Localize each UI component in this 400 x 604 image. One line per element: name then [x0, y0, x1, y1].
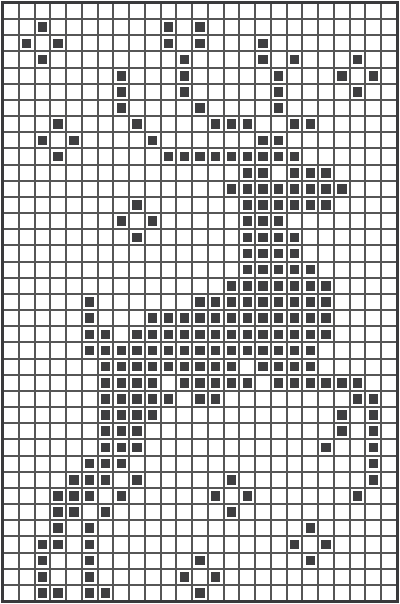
grid-cell — [4, 295, 18, 309]
grid-cell — [209, 133, 223, 147]
grid-cell — [162, 408, 176, 422]
grid-cell — [162, 554, 176, 568]
filled-stitch-square — [369, 459, 378, 469]
grid-cell — [303, 376, 317, 390]
grid-cell — [146, 424, 160, 438]
grid-cell — [83, 133, 97, 147]
grid-cell — [4, 4, 18, 18]
grid-cell — [114, 343, 128, 357]
grid-cell — [36, 408, 50, 422]
grid-cell — [209, 586, 223, 600]
grid-cell — [114, 505, 128, 519]
grid-cell — [36, 537, 50, 551]
grid-cell — [240, 149, 254, 163]
grid-cell — [225, 230, 239, 244]
grid-cell — [67, 440, 81, 454]
grid-cell — [351, 117, 365, 131]
grid-cell — [146, 133, 160, 147]
grid-cell — [351, 20, 365, 34]
filled-stitch-square — [321, 330, 330, 340]
grid-cell — [272, 570, 286, 584]
grid-cell — [130, 295, 144, 309]
grid-cell — [225, 408, 239, 422]
grid-cell — [20, 457, 34, 471]
filled-stitch-square — [164, 22, 173, 32]
grid-cell — [225, 20, 239, 34]
filled-stitch-square — [337, 184, 346, 194]
grid-cell — [99, 101, 113, 115]
grid-cell — [256, 376, 270, 390]
filled-stitch-square — [306, 297, 315, 307]
grid-cell — [193, 376, 207, 390]
filled-stitch-square — [243, 168, 252, 178]
grid-cell — [99, 570, 113, 584]
grid-cell — [351, 69, 365, 83]
filled-stitch-square — [274, 136, 283, 146]
filled-stitch-square — [243, 265, 252, 275]
grid-cell — [114, 198, 128, 212]
grid-cell — [288, 376, 302, 390]
grid-cell — [130, 279, 144, 293]
grid-cell — [4, 376, 18, 390]
grid-cell — [162, 246, 176, 260]
grid-cell — [193, 133, 207, 147]
grid-cell — [288, 166, 302, 180]
grid-cell — [83, 279, 97, 293]
grid-cell — [177, 424, 191, 438]
grid-cell — [225, 327, 239, 341]
grid-cell — [240, 198, 254, 212]
filled-stitch-square — [180, 346, 189, 356]
grid-cell — [130, 214, 144, 228]
grid-cell — [114, 85, 128, 99]
grid-cell — [146, 214, 160, 228]
grid-cell — [303, 489, 317, 503]
grid-cell — [177, 230, 191, 244]
grid-cell — [209, 521, 223, 535]
grid-cell — [366, 166, 380, 180]
grid-cell — [83, 473, 97, 487]
grid-cell — [303, 554, 317, 568]
filled-stitch-square — [243, 281, 252, 291]
grid-cell — [366, 182, 380, 196]
grid-cell — [36, 263, 50, 277]
filled-stitch-square — [53, 491, 62, 501]
grid-cell — [319, 376, 333, 390]
grid-cell — [335, 295, 349, 309]
filled-stitch-square — [306, 281, 315, 291]
filled-stitch-square — [227, 119, 236, 129]
filled-stitch-square — [101, 507, 110, 517]
grid-cell — [51, 133, 65, 147]
grid-cell — [114, 166, 128, 180]
grid-cell — [146, 311, 160, 325]
grid-cell — [366, 133, 380, 147]
grid-cell — [335, 166, 349, 180]
grid-cell — [225, 198, 239, 212]
grid-cell — [99, 214, 113, 228]
grid-cell — [162, 586, 176, 600]
filled-stitch-square — [258, 184, 267, 194]
filled-stitch-square — [101, 378, 110, 388]
grid-cell — [288, 69, 302, 83]
grid-cell — [36, 52, 50, 66]
grid-cell — [351, 85, 365, 99]
grid-cell — [146, 166, 160, 180]
grid-cell — [209, 246, 223, 260]
filled-stitch-square — [180, 378, 189, 388]
grid-cell — [256, 473, 270, 487]
grid-cell — [366, 214, 380, 228]
grid-cell — [366, 69, 380, 83]
filled-stitch-square — [321, 297, 330, 307]
grid-cell — [4, 521, 18, 535]
grid-cell — [51, 360, 65, 374]
grid-cell — [366, 376, 380, 390]
grid-cell — [177, 505, 191, 519]
grid-cell — [114, 263, 128, 277]
grid-cell — [130, 473, 144, 487]
grid-cell — [240, 392, 254, 406]
grid-cell — [272, 376, 286, 390]
grid-cell — [209, 311, 223, 325]
grid-cell — [146, 85, 160, 99]
grid-cell — [225, 166, 239, 180]
grid-cell — [256, 279, 270, 293]
grid-cell — [272, 457, 286, 471]
grid-cell — [366, 408, 380, 422]
grid-cell — [240, 489, 254, 503]
grid-cell — [130, 246, 144, 260]
grid-cell — [303, 295, 317, 309]
grid-cell — [4, 166, 18, 180]
grid-cell — [4, 554, 18, 568]
filled-stitch-square — [148, 346, 157, 356]
grid-cell — [225, 586, 239, 600]
grid-cell — [67, 537, 81, 551]
grid-cell — [209, 554, 223, 568]
grid-cell — [83, 101, 97, 115]
grid-cell — [209, 85, 223, 99]
grid-cell — [225, 52, 239, 66]
grid-cell — [272, 117, 286, 131]
grid-cell — [162, 473, 176, 487]
grid-cell — [366, 52, 380, 66]
grid-cell — [83, 36, 97, 50]
grid-cell — [67, 4, 81, 18]
grid-cell — [36, 570, 50, 584]
grid-cell — [177, 295, 191, 309]
grid-cell — [209, 214, 223, 228]
grid-cell — [130, 182, 144, 196]
grid-cell — [193, 20, 207, 34]
grid-cell — [240, 133, 254, 147]
filled-stitch-square — [337, 71, 346, 81]
filled-stitch-square — [306, 184, 315, 194]
grid-cell — [272, 408, 286, 422]
grid-cell — [351, 182, 365, 196]
filled-stitch-square — [85, 556, 94, 566]
grid-cell — [51, 489, 65, 503]
grid-cell — [319, 279, 333, 293]
grid-cell — [162, 376, 176, 390]
grid-cell — [256, 263, 270, 277]
grid-cell — [319, 4, 333, 18]
grid-cell — [4, 570, 18, 584]
filled-stitch-square — [306, 200, 315, 210]
grid-cell — [36, 69, 50, 83]
filled-stitch-square — [306, 168, 315, 178]
grid-cell — [36, 505, 50, 519]
filled-stitch-square — [38, 588, 47, 598]
filled-stitch-square — [117, 394, 126, 404]
grid-cell — [193, 570, 207, 584]
grid-cell — [288, 295, 302, 309]
filled-stitch-square — [211, 330, 220, 340]
grid-cell — [351, 327, 365, 341]
grid-cell — [272, 473, 286, 487]
grid-cell — [177, 36, 191, 50]
grid-cell — [114, 101, 128, 115]
grid-cell — [225, 149, 239, 163]
grid-cell — [351, 440, 365, 454]
grid-cell — [130, 586, 144, 600]
grid-cell — [382, 246, 396, 260]
filled-stitch-square — [274, 103, 283, 113]
filled-stitch-square — [227, 297, 236, 307]
grid-cell — [20, 36, 34, 50]
filled-stitch-square — [117, 87, 126, 97]
grid-cell — [288, 279, 302, 293]
grid-cell — [162, 36, 176, 50]
grid-cell — [67, 246, 81, 260]
grid-cell — [83, 214, 97, 228]
grid-cell — [288, 52, 302, 66]
filled-stitch-square — [195, 330, 204, 340]
grid-cell — [67, 311, 81, 325]
grid-cell — [382, 392, 396, 406]
filled-stitch-square — [306, 362, 315, 372]
filled-stitch-square — [337, 426, 346, 436]
grid-cell — [288, 36, 302, 50]
grid-cell — [335, 505, 349, 519]
grid-cell — [130, 69, 144, 83]
grid-cell — [209, 570, 223, 584]
grid-cell — [67, 263, 81, 277]
filled-stitch-square — [69, 507, 78, 517]
filled-stitch-square — [195, 556, 204, 566]
grid-cell — [99, 424, 113, 438]
grid-cell — [67, 85, 81, 99]
filled-stitch-square — [306, 119, 315, 129]
grid-cell — [36, 327, 50, 341]
filled-stitch-square — [353, 394, 362, 404]
grid-cell — [288, 198, 302, 212]
grid-cell — [114, 20, 128, 34]
grid-cell — [351, 343, 365, 357]
grid-cell — [114, 214, 128, 228]
grid-cell — [130, 117, 144, 131]
grid-cell — [240, 505, 254, 519]
grid-cell — [36, 521, 50, 535]
grid-cell — [256, 20, 270, 34]
grid-cell — [319, 198, 333, 212]
grid-cell — [256, 149, 270, 163]
filled-stitch-square — [321, 313, 330, 323]
grid-cell — [177, 311, 191, 325]
filled-stitch-square — [306, 556, 315, 566]
grid-cell — [303, 117, 317, 131]
grid-cell — [162, 69, 176, 83]
filled-stitch-square — [290, 346, 299, 356]
grid-cell — [303, 85, 317, 99]
grid-cell — [36, 424, 50, 438]
grid-cell — [146, 36, 160, 50]
grid-cell — [83, 295, 97, 309]
filled-stitch-square — [85, 330, 94, 340]
grid-cell — [335, 85, 349, 99]
grid-cell — [225, 392, 239, 406]
grid-cell — [20, 295, 34, 309]
filled-stitch-square — [274, 87, 283, 97]
grid-cell — [335, 4, 349, 18]
filled-stitch-square — [101, 330, 110, 340]
grid-cell — [319, 85, 333, 99]
filled-stitch-square — [353, 55, 362, 65]
grid-cell — [67, 279, 81, 293]
grid-cell — [319, 117, 333, 131]
filled-stitch-square — [195, 313, 204, 323]
grid-cell — [51, 537, 65, 551]
filled-stitch-square — [85, 588, 94, 598]
grid-cell — [193, 554, 207, 568]
grid-cell — [303, 101, 317, 115]
filled-stitch-square — [53, 588, 62, 598]
grid-cell — [146, 586, 160, 600]
grid-cell — [225, 457, 239, 471]
grid-cell — [20, 392, 34, 406]
grid-cell — [351, 537, 365, 551]
grid-cell — [209, 424, 223, 438]
grid-cell — [256, 101, 270, 115]
grid-cell — [114, 311, 128, 325]
filled-stitch-square — [180, 330, 189, 340]
filled-stitch-square — [180, 152, 189, 162]
grid-cell — [20, 246, 34, 260]
grid-cell — [177, 489, 191, 503]
grid-cell — [51, 440, 65, 454]
grid-cell — [99, 311, 113, 325]
grid-cell — [20, 69, 34, 83]
grid-cell — [335, 198, 349, 212]
filled-stitch-square — [101, 475, 110, 485]
grid-cell — [256, 521, 270, 535]
grid-cell — [36, 392, 50, 406]
grid-cell — [272, 295, 286, 309]
grid-cell — [225, 554, 239, 568]
grid-cell — [240, 117, 254, 131]
grid-cell — [20, 20, 34, 34]
grid-cell — [4, 343, 18, 357]
grid-cell — [51, 101, 65, 115]
grid-cell — [335, 149, 349, 163]
grid-cell — [20, 230, 34, 244]
grid-cell — [319, 489, 333, 503]
grid-cell — [288, 392, 302, 406]
filled-stitch-square — [164, 39, 173, 49]
grid-cell — [272, 311, 286, 325]
grid-cell — [51, 166, 65, 180]
filled-stitch-square — [243, 313, 252, 323]
grid-cell — [162, 198, 176, 212]
grid-cell — [351, 424, 365, 438]
grid-cell — [240, 4, 254, 18]
grid-cell — [288, 311, 302, 325]
grid-cell — [272, 586, 286, 600]
grid-cell — [146, 101, 160, 115]
grid-cell — [288, 586, 302, 600]
grid-cell — [193, 537, 207, 551]
grid-cell — [225, 295, 239, 309]
grid-cell — [256, 36, 270, 50]
grid-cell — [162, 166, 176, 180]
grid-cell — [225, 537, 239, 551]
grid-cell — [51, 36, 65, 50]
grid-cell — [146, 20, 160, 34]
grid-cell — [162, 327, 176, 341]
grid-cell — [366, 101, 380, 115]
grid-cell — [4, 52, 18, 66]
grid-cell — [303, 52, 317, 66]
grid-cell — [225, 521, 239, 535]
filled-stitch-square — [53, 507, 62, 517]
grid-cell — [288, 149, 302, 163]
filled-stitch-square — [164, 346, 173, 356]
grid-cell — [288, 570, 302, 584]
grid-cell — [146, 230, 160, 244]
grid-cell — [177, 198, 191, 212]
grid-cell — [193, 101, 207, 115]
grid-cell — [162, 182, 176, 196]
filled-stitch-square — [274, 362, 283, 372]
grid-cell — [36, 586, 50, 600]
grid-cell — [83, 376, 97, 390]
grid-cell — [162, 440, 176, 454]
grid-cell — [351, 505, 365, 519]
grid-cell — [272, 489, 286, 503]
grid-cell — [303, 149, 317, 163]
grid-cell — [99, 230, 113, 244]
filled-stitch-square — [243, 184, 252, 194]
grid-cell — [114, 457, 128, 471]
grid-cell — [303, 505, 317, 519]
grid-cell — [382, 343, 396, 357]
grid-cell — [240, 230, 254, 244]
grid-cell — [303, 166, 317, 180]
grid-cell — [177, 101, 191, 115]
filled-stitch-square — [117, 426, 126, 436]
grid-cell — [146, 4, 160, 18]
grid-cell — [288, 327, 302, 341]
grid-cell — [4, 473, 18, 487]
grid-cell — [83, 457, 97, 471]
grid-cell — [146, 473, 160, 487]
filled-stitch-square — [243, 378, 252, 388]
grid-cell — [83, 327, 97, 341]
grid-cell — [335, 473, 349, 487]
grid-cell — [272, 246, 286, 260]
grid-cell — [366, 489, 380, 503]
